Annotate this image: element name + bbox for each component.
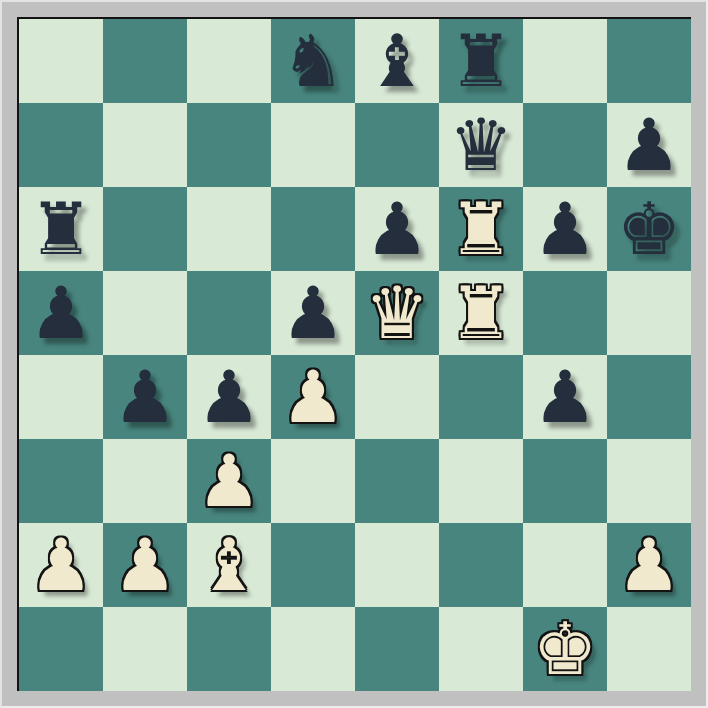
piece-black-knight[interactable]: ♞	[271, 19, 355, 103]
square-h6[interactable]: ♚	[607, 187, 691, 271]
piece-white-pawn[interactable]: ♟	[271, 355, 355, 439]
chess-board: ♞♝♜♛♟♜♟♜♟♚♟♟♛♜♟♟♟♟♟♟♟♝♟♚	[17, 17, 691, 691]
square-a4[interactable]	[19, 355, 103, 439]
square-a2[interactable]: ♟	[19, 523, 103, 607]
square-d1[interactable]	[271, 607, 355, 691]
piece-white-pawn[interactable]: ♟	[19, 523, 103, 607]
piece-white-queen[interactable]: ♛	[355, 271, 439, 355]
square-g2[interactable]	[523, 523, 607, 607]
square-g1[interactable]: ♚	[523, 607, 607, 691]
piece-white-pawn[interactable]: ♟	[607, 523, 691, 607]
piece-black-pawn[interactable]: ♟	[523, 187, 607, 271]
square-b3[interactable]	[103, 439, 187, 523]
board-frame: ♞♝♜♛♟♜♟♜♟♚♟♟♛♜♟♟♟♟♟♟♟♝♟♚	[0, 0, 708, 708]
square-g8[interactable]	[523, 19, 607, 103]
square-g4[interactable]: ♟	[523, 355, 607, 439]
square-h7[interactable]: ♟	[607, 103, 691, 187]
square-a7[interactable]	[19, 103, 103, 187]
piece-black-pawn[interactable]: ♟	[355, 187, 439, 271]
square-c8[interactable]	[187, 19, 271, 103]
square-e1[interactable]	[355, 607, 439, 691]
square-g5[interactable]	[523, 271, 607, 355]
square-d6[interactable]	[271, 187, 355, 271]
square-f2[interactable]	[439, 523, 523, 607]
piece-white-pawn[interactable]: ♟	[103, 523, 187, 607]
square-d3[interactable]	[271, 439, 355, 523]
square-f1[interactable]	[439, 607, 523, 691]
square-g6[interactable]: ♟	[523, 187, 607, 271]
piece-black-pawn[interactable]: ♟	[607, 103, 691, 187]
square-a8[interactable]	[19, 19, 103, 103]
square-b5[interactable]	[103, 271, 187, 355]
piece-white-pawn[interactable]: ♟	[187, 439, 271, 523]
square-h8[interactable]	[607, 19, 691, 103]
square-b7[interactable]	[103, 103, 187, 187]
piece-black-rook[interactable]: ♜	[439, 19, 523, 103]
square-f7[interactable]: ♛	[439, 103, 523, 187]
square-a1[interactable]	[19, 607, 103, 691]
square-b8[interactable]	[103, 19, 187, 103]
square-d4[interactable]: ♟	[271, 355, 355, 439]
square-h3[interactable]	[607, 439, 691, 523]
piece-white-bishop[interactable]: ♝	[187, 523, 271, 607]
square-e5[interactable]: ♛	[355, 271, 439, 355]
square-a6[interactable]: ♜	[19, 187, 103, 271]
piece-black-rook[interactable]: ♜	[19, 187, 103, 271]
square-c5[interactable]	[187, 271, 271, 355]
square-d8[interactable]: ♞	[271, 19, 355, 103]
square-b1[interactable]	[103, 607, 187, 691]
square-c7[interactable]	[187, 103, 271, 187]
square-d5[interactable]: ♟	[271, 271, 355, 355]
piece-white-rook[interactable]: ♜	[439, 271, 523, 355]
piece-black-pawn[interactable]: ♟	[523, 355, 607, 439]
square-c3[interactable]: ♟	[187, 439, 271, 523]
square-b4[interactable]: ♟	[103, 355, 187, 439]
square-h4[interactable]	[607, 355, 691, 439]
piece-black-bishop[interactable]: ♝	[355, 19, 439, 103]
square-e6[interactable]: ♟	[355, 187, 439, 271]
square-c4[interactable]: ♟	[187, 355, 271, 439]
square-c6[interactable]	[187, 187, 271, 271]
square-c2[interactable]: ♝	[187, 523, 271, 607]
piece-black-king[interactable]: ♚	[607, 187, 691, 271]
square-h1[interactable]	[607, 607, 691, 691]
square-a5[interactable]: ♟	[19, 271, 103, 355]
square-e7[interactable]	[355, 103, 439, 187]
square-e3[interactable]	[355, 439, 439, 523]
square-e2[interactable]	[355, 523, 439, 607]
piece-white-king[interactable]: ♚	[523, 607, 607, 691]
square-h2[interactable]: ♟	[607, 523, 691, 607]
square-g3[interactable]	[523, 439, 607, 523]
square-f6[interactable]: ♜	[439, 187, 523, 271]
piece-black-pawn[interactable]: ♟	[187, 355, 271, 439]
square-f8[interactable]: ♜	[439, 19, 523, 103]
piece-black-pawn[interactable]: ♟	[103, 355, 187, 439]
square-g7[interactable]	[523, 103, 607, 187]
square-f4[interactable]	[439, 355, 523, 439]
piece-white-rook[interactable]: ♜	[439, 187, 523, 271]
square-d7[interactable]	[271, 103, 355, 187]
square-b6[interactable]	[103, 187, 187, 271]
square-a3[interactable]	[19, 439, 103, 523]
square-d2[interactable]	[271, 523, 355, 607]
square-f5[interactable]: ♜	[439, 271, 523, 355]
piece-black-pawn[interactable]: ♟	[271, 271, 355, 355]
square-b2[interactable]: ♟	[103, 523, 187, 607]
piece-black-queen[interactable]: ♛	[439, 103, 523, 187]
square-c1[interactable]	[187, 607, 271, 691]
square-h5[interactable]	[607, 271, 691, 355]
square-e8[interactable]: ♝	[355, 19, 439, 103]
square-e4[interactable]	[355, 355, 439, 439]
piece-black-pawn[interactable]: ♟	[19, 271, 103, 355]
square-f3[interactable]	[439, 439, 523, 523]
